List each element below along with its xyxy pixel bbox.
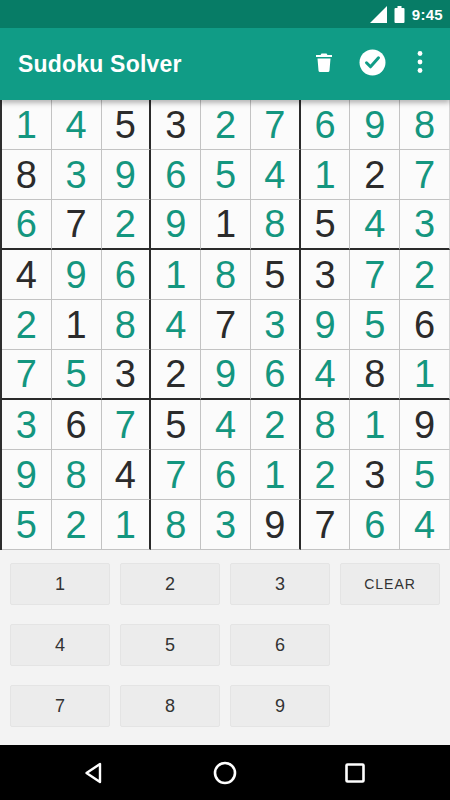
recents-button[interactable] [320,749,390,797]
keypad-button-9[interactable]: 9 [230,685,330,727]
sudoku-cell-r9c2[interactable]: 2 [52,500,102,550]
sudoku-cell-r3c3[interactable]: 2 [102,200,152,250]
sudoku-cell-r9c6[interactable]: 9 [251,500,301,550]
sudoku-cell-r3c6[interactable]: 8 [251,200,301,250]
sudoku-cell-r9c9[interactable]: 4 [400,500,450,550]
sudoku-cell-r7c2[interactable]: 6 [52,400,102,450]
sudoku-cell-r3c5[interactable]: 1 [201,200,251,250]
sudoku-cell-r5c8[interactable]: 5 [350,300,400,350]
check-circle-icon [359,49,386,80]
sudoku-cell-r8c6[interactable]: 1 [251,450,301,500]
sudoku-cell-r8c9[interactable]: 5 [400,450,450,500]
trash-icon [312,50,336,78]
sudoku-cell-r9c4[interactable]: 8 [151,500,201,550]
sudoku-cell-r5c7[interactable]: 9 [301,300,351,350]
sudoku-cell-r7c4[interactable]: 5 [151,400,201,450]
delete-button[interactable] [300,40,348,88]
android-nav-bar [0,745,450,800]
sudoku-cell-r1c6[interactable]: 7 [251,100,301,150]
keypad-button-1[interactable]: 1 [10,563,110,605]
sudoku-cell-r6c2[interactable]: 5 [52,350,102,400]
sudoku-cell-r7c5[interactable]: 4 [201,400,251,450]
sudoku-cell-r7c6[interactable]: 2 [251,400,301,450]
sudoku-cell-r7c1[interactable]: 3 [2,400,52,450]
battery-icon [393,5,406,24]
sudoku-cell-r7c9[interactable]: 9 [400,400,450,450]
sudoku-cell-r6c7[interactable]: 4 [301,350,351,400]
sudoku-cell-r5c6[interactable]: 3 [251,300,301,350]
keypad-button-3[interactable]: 3 [230,563,330,605]
sudoku-cell-r9c5[interactable]: 3 [201,500,251,550]
sudoku-cell-r5c2[interactable]: 1 [52,300,102,350]
sudoku-cell-r6c9[interactable]: 1 [400,350,450,400]
sudoku-cell-r7c7[interactable]: 8 [301,400,351,450]
sudoku-cell-r5c4[interactable]: 4 [151,300,201,350]
sudoku-board: 1453276988396541276729185434961853722184… [0,100,450,550]
sudoku-cell-r6c5[interactable]: 9 [201,350,251,400]
sudoku-cell-r2c5[interactable]: 5 [201,150,251,200]
sudoku-cell-r6c6[interactable]: 6 [251,350,301,400]
sudoku-cell-r7c8[interactable]: 1 [350,400,400,450]
keypad-spacer [340,624,440,666]
sudoku-cell-r2c9[interactable]: 7 [400,150,450,200]
sudoku-cell-r4c1[interactable]: 4 [2,250,52,300]
sudoku-cell-r1c2[interactable]: 4 [52,100,102,150]
recents-icon [344,762,366,784]
keypad-button-5[interactable]: 5 [120,624,220,666]
sudoku-cell-r2c8[interactable]: 2 [350,150,400,200]
sudoku-cell-r4c6[interactable]: 5 [251,250,301,300]
sudoku-cell-r1c5[interactable]: 2 [201,100,251,150]
sudoku-cell-r9c1[interactable]: 5 [2,500,52,550]
sudoku-cell-r1c1[interactable]: 1 [2,100,52,150]
sudoku-cell-r5c1[interactable]: 2 [2,300,52,350]
back-icon [83,761,107,785]
keypad-button-8[interactable]: 8 [120,685,220,727]
sudoku-cell-r2c7[interactable]: 1 [301,150,351,200]
keypad-button-7[interactable]: 7 [10,685,110,727]
sudoku-cell-r6c3[interactable]: 3 [102,350,152,400]
sudoku-cell-r4c8[interactable]: 7 [350,250,400,300]
sudoku-cell-r4c4[interactable]: 1 [151,250,201,300]
sudoku-cell-r8c4[interactable]: 7 [151,450,201,500]
sudoku-cell-r8c7[interactable]: 2 [301,450,351,500]
sudoku-cell-r9c7[interactable]: 7 [301,500,351,550]
sudoku-cell-r3c1[interactable]: 6 [2,200,52,250]
sudoku-cell-r9c8[interactable]: 6 [350,500,400,550]
sudoku-cell-r8c1[interactable]: 9 [2,450,52,500]
status-bar: 9:45 [0,0,450,28]
number-keypad: 123CLEAR456789 [0,550,450,745]
app-bar: Sudoku Solver [0,28,450,100]
sudoku-cell-r1c9[interactable]: 8 [400,100,450,150]
sudoku-cell-r2c4[interactable]: 6 [151,150,201,200]
back-button[interactable] [60,749,130,797]
overflow-menu-button[interactable] [396,40,444,88]
sudoku-cell-r6c8[interactable]: 8 [350,350,400,400]
sudoku-cell-r4c5[interactable]: 8 [201,250,251,300]
app-header: 9:45 Sudoku Solver [0,0,450,100]
sudoku-cell-r8c2[interactable]: 8 [52,450,102,500]
keypad-spacer [340,685,440,727]
sudoku-cell-r2c6[interactable]: 4 [251,150,301,200]
sudoku-cell-r3c7[interactable]: 5 [301,200,351,250]
sudoku-cell-r2c1[interactable]: 8 [2,150,52,200]
signal-icon [370,6,387,23]
sudoku-cell-r3c8[interactable]: 4 [350,200,400,250]
sudoku-cell-r8c3[interactable]: 4 [102,450,152,500]
status-clock: 9:45 [412,6,443,23]
app-actions [300,40,444,88]
sudoku-cell-r7c3[interactable]: 7 [102,400,152,450]
sudoku-cell-r1c7[interactable]: 6 [301,100,351,150]
overflow-menu-icon [417,50,423,78]
keypad-button-6[interactable]: 6 [230,624,330,666]
sudoku-cell-r4c3[interactable]: 6 [102,250,152,300]
keypad-button-4[interactable]: 4 [10,624,110,666]
keypad-button-clear[interactable]: CLEAR [340,563,440,605]
sudoku-cell-r6c4[interactable]: 2 [151,350,201,400]
sudoku-cell-r1c8[interactable]: 9 [350,100,400,150]
sudoku-cell-r4c2[interactable]: 9 [52,250,102,300]
home-button[interactable] [190,749,260,797]
sudoku-cell-r5c3[interactable]: 8 [102,300,152,350]
sudoku-cell-r2c3[interactable]: 9 [102,150,152,200]
keypad-button-2[interactable]: 2 [120,563,220,605]
sudoku-cell-r3c4[interactable]: 9 [151,200,201,250]
sudoku-cell-r4c9[interactable]: 2 [400,250,450,300]
sudoku-cell-r3c2[interactable]: 7 [52,200,102,250]
sudoku-cell-r5c5[interactable]: 7 [201,300,251,350]
sudoku-cell-r6c1[interactable]: 7 [2,350,52,400]
sudoku-cell-r4c7[interactable]: 3 [301,250,351,300]
sudoku-cell-r3c9[interactable]: 3 [400,200,450,250]
sudoku-cell-r2c2[interactable]: 3 [52,150,102,200]
sudoku-cell-r8c5[interactable]: 6 [201,450,251,500]
solve-button[interactable] [348,40,396,88]
sudoku-cell-r8c8[interactable]: 3 [350,450,400,500]
sudoku-cell-r1c4[interactable]: 3 [151,100,201,150]
sudoku-cell-r1c3[interactable]: 5 [102,100,152,150]
sudoku-cell-r5c9[interactable]: 6 [400,300,450,350]
sudoku-cell-r9c3[interactable]: 1 [102,500,152,550]
home-icon [213,761,237,785]
page-title: Sudoku Solver [18,51,300,78]
